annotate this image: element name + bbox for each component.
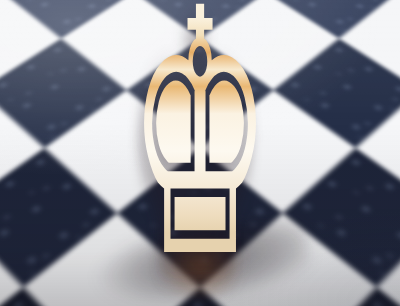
chess-photograph: ♚ [0,0,400,306]
white-king-glyph: ♚ [128,0,271,304]
white-king-piece: ♚ [48,0,353,304]
